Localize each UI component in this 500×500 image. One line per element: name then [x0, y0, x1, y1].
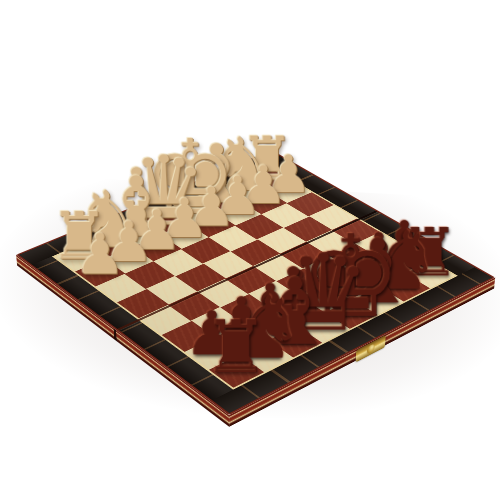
dark-r-glyph: ♜ — [204, 311, 269, 384]
product-photo-scene: ♜♞♝♚♛♝♞♜♟♟♟♟♟♟♟♟♟♟♟♟♟♟♟♟♜♞♝♚♛♝♞♜ — [0, 0, 500, 500]
light-p-glyph: ♟ — [75, 226, 126, 282]
